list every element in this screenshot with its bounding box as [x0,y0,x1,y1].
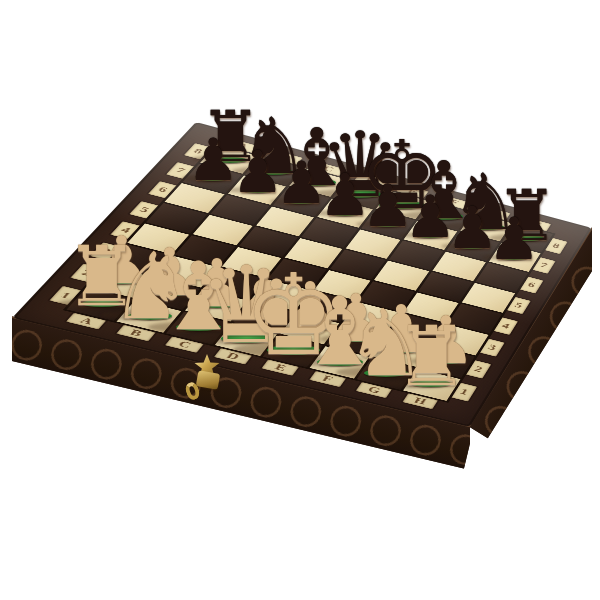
product-photo: AABBCCDDEEFFGGHH8877665544332211 ♜♞♝♛♚♝♞… [0,0,600,600]
brass-clasp [184,352,232,406]
clasp-plate [196,370,220,390]
